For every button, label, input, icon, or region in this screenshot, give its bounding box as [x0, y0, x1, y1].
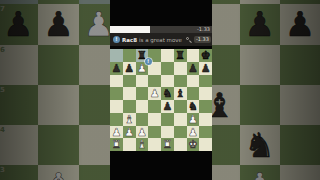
black-pawn: ♟	[244, 4, 274, 44]
square-c1[interactable]: ♝	[136, 138, 149, 151]
square-a2[interactable]: ♟	[110, 126, 123, 139]
black-rook: ♜	[175, 49, 185, 62]
white-rook: ♜	[111, 138, 121, 151]
evaluation-bar-white-portion	[110, 26, 150, 33]
square-e5[interactable]: ♞	[161, 87, 174, 100]
square-h1[interactable]	[199, 138, 212, 151]
square-e1[interactable]: ♜	[161, 138, 174, 151]
square-a7: 7♟	[0, 4, 38, 44]
square-g8[interactable]	[187, 49, 200, 62]
magnifier-handle	[189, 40, 192, 43]
square-a6[interactable]	[110, 75, 123, 88]
black-pawn: ♟	[188, 62, 198, 75]
square-f4[interactable]	[174, 100, 187, 113]
square-g4[interactable]: ♞	[187, 100, 200, 113]
square-h5[interactable]	[199, 87, 212, 100]
black-pawn: ♟	[124, 62, 134, 75]
square-a8[interactable]	[110, 49, 123, 62]
square-g6	[240, 45, 280, 85]
white-king: ♚	[188, 138, 198, 151]
square-c4[interactable]	[136, 100, 149, 113]
square-h6[interactable]	[199, 75, 212, 88]
black-pawn: ♟	[3, 4, 33, 44]
rank-label-3: 3	[0, 166, 5, 174]
square-h3[interactable]	[199, 113, 212, 126]
black-knight: ♞	[188, 100, 198, 113]
great-move-badge-icon: !	[113, 36, 120, 43]
square-h2[interactable]	[199, 126, 212, 139]
square-h6	[280, 45, 320, 85]
white-bishop: ♝	[137, 138, 147, 151]
great-move-square-badge: !	[145, 58, 152, 65]
black-knight: ♞	[162, 87, 172, 100]
white-pawn: ♟	[188, 126, 198, 139]
rank-label-6: 6	[0, 46, 5, 54]
square-a4: 4	[0, 125, 38, 165]
square-a6: 6	[0, 45, 38, 85]
square-b1[interactable]	[123, 138, 136, 151]
square-d2[interactable]	[148, 126, 161, 139]
white-pawn: ♟	[188, 113, 198, 126]
square-a3: 3	[0, 165, 38, 180]
square-a1[interactable]: ♜	[110, 138, 123, 151]
white-pawn: ♟	[124, 126, 134, 139]
black-pawn: ♟	[162, 100, 172, 113]
white-pawn: ♟	[137, 126, 147, 139]
square-a5: 5	[0, 85, 38, 125]
square-d3[interactable]	[148, 113, 161, 126]
square-h3	[280, 165, 320, 180]
square-g3[interactable]: ♟	[187, 113, 200, 126]
black-pawn: ♟	[43, 4, 73, 44]
square-f2[interactable]	[174, 126, 187, 139]
square-b4	[38, 125, 78, 165]
square-e8[interactable]	[161, 49, 174, 62]
square-c6[interactable]	[136, 75, 149, 88]
square-f1[interactable]	[174, 138, 187, 151]
square-b8[interactable]	[123, 49, 136, 62]
square-g5[interactable]	[187, 87, 200, 100]
square-f8[interactable]: ♜	[174, 49, 187, 62]
square-b6	[38, 45, 78, 85]
square-g4: ♞	[240, 125, 280, 165]
square-b3: ♝	[38, 165, 78, 180]
square-b7[interactable]: ♟	[123, 62, 136, 75]
square-g5	[240, 85, 280, 125]
square-g7: ♟	[240, 4, 280, 44]
square-c5[interactable]	[136, 87, 149, 100]
square-f7[interactable]	[174, 62, 187, 75]
evaluation-bar: -1.33	[110, 26, 212, 33]
square-b5[interactable]	[123, 87, 136, 100]
square-c3[interactable]	[136, 113, 149, 126]
square-g2[interactable]: ♟	[187, 126, 200, 139]
square-c2[interactable]: ♟	[136, 126, 149, 139]
evaluation-pill: -1.33	[194, 36, 211, 43]
square-g7[interactable]: ♟	[187, 62, 200, 75]
black-knight: ♞	[244, 125, 274, 165]
square-b7: ♟	[38, 4, 78, 44]
square-f3[interactable]	[174, 113, 187, 126]
white-rook: ♜	[162, 138, 172, 151]
square-a7[interactable]: ♟	[110, 62, 123, 75]
square-h8[interactable]: ♚	[199, 49, 212, 62]
square-f6[interactable]	[174, 75, 187, 88]
chess-board: ♜♜♚♟♟♟♟♟♟♞♝♟♞♝♟♟♟♟♟♜♝♜♚	[110, 49, 212, 151]
square-g3: ♟	[240, 165, 280, 180]
evaluation-bar-value: -1.33	[197, 26, 210, 33]
square-b2[interactable]: ♟	[123, 126, 136, 139]
rank-label-7: 7	[0, 5, 5, 13]
square-e2[interactable]	[161, 126, 174, 139]
annotation-message: is a great move	[139, 37, 182, 43]
square-e4[interactable]: ♟	[161, 100, 174, 113]
square-h4[interactable]	[199, 100, 212, 113]
video-frame: 8♜♜♚7♟♟♟♟♟65♟♞♝4♟♞3♝♟2♟♟♟♟1♜♝♜♚ -1.33 ! …	[0, 0, 320, 180]
square-b4[interactable]	[123, 100, 136, 113]
square-a4[interactable]	[110, 100, 123, 113]
annotation-move: Rac8	[122, 37, 137, 43]
square-h7: ♟	[280, 4, 320, 44]
white-pawn: ♟	[150, 87, 160, 100]
square-e6[interactable]	[161, 75, 174, 88]
rank-label-5: 5	[0, 86, 5, 94]
white-pawn: ♟	[244, 165, 274, 180]
black-bishop: ♝	[175, 87, 185, 100]
rank-label-4: 4	[0, 126, 5, 134]
square-f5[interactable]: ♝	[174, 87, 187, 100]
square-d1[interactable]	[148, 138, 161, 151]
square-b5	[38, 85, 78, 125]
black-pawn: ♟	[201, 62, 211, 75]
black-pawn: ♟	[111, 62, 121, 75]
white-pawn: ♟	[111, 126, 121, 139]
square-b6[interactable]	[123, 75, 136, 88]
square-e3[interactable]	[161, 113, 174, 126]
square-e7[interactable]	[161, 62, 174, 75]
square-d5[interactable]: ♟	[148, 87, 161, 100]
move-annotation-banner: ! Rac8 is a great move -1.33	[110, 33, 212, 46]
black-pawn: ♟	[285, 4, 315, 44]
square-h4	[280, 125, 320, 165]
white-bishop: ♝	[124, 113, 134, 126]
white-bishop: ♝	[43, 165, 73, 180]
magnifier-icon[interactable]	[186, 37, 192, 43]
square-g6[interactable]	[187, 75, 200, 88]
square-d4[interactable]	[148, 100, 161, 113]
black-king: ♚	[201, 49, 211, 62]
square-h7[interactable]: ♟	[199, 62, 212, 75]
square-d6[interactable]	[148, 75, 161, 88]
square-g1[interactable]: ♚	[187, 138, 200, 151]
square-a5[interactable]	[110, 87, 123, 100]
square-a3[interactable]	[110, 113, 123, 126]
square-h5	[280, 85, 320, 125]
square-b3[interactable]: ♝	[123, 113, 136, 126]
vertical-video-strip: -1.33 ! Rac8 is a great move -1.33 ♜♜♚♟♟…	[110, 0, 212, 180]
